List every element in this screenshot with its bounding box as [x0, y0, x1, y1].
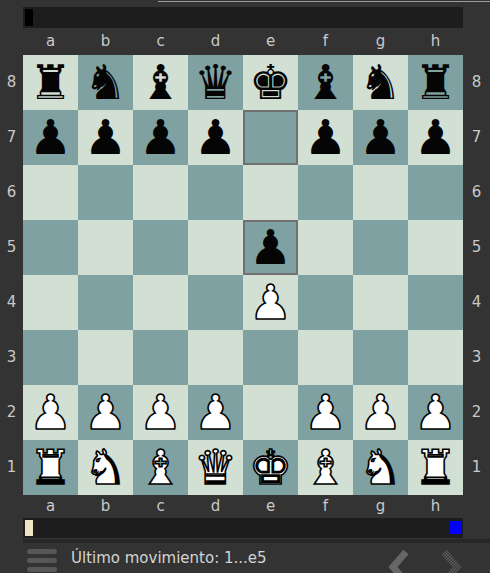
square-e1[interactable]: ♚: [243, 440, 298, 495]
black-king-e8: ♚: [249, 55, 292, 110]
square-e8[interactable]: ♚: [243, 55, 298, 110]
square-d1[interactable]: ♛: [188, 440, 243, 495]
square-f1[interactable]: ♝: [298, 440, 353, 495]
square-a2[interactable]: ♟: [23, 385, 78, 440]
rank-labels-left: 87654321: [0, 55, 23, 495]
square-c8[interactable]: ♝: [133, 55, 188, 110]
white-pawn-a2: ♟: [29, 385, 72, 440]
last-move-status-text: Último movimiento: 1...e5: [71, 547, 267, 569]
square-h3[interactable]: [408, 330, 463, 385]
rank-label-left-2: 2: [0, 385, 23, 440]
black-bishop-c8: ♝: [139, 55, 182, 110]
file-labels-top: abcdefgh: [23, 28, 463, 55]
square-b6[interactable]: [78, 165, 133, 220]
black-rook-h8: ♜: [414, 55, 457, 110]
rank-label-left-8: 8: [0, 55, 23, 110]
square-f4[interactable]: [298, 275, 353, 330]
square-a3[interactable]: [23, 330, 78, 385]
square-e6[interactable]: [243, 165, 298, 220]
rank-label-left-3: 3: [0, 330, 23, 385]
black-knight-g8: ♞: [359, 55, 402, 110]
square-b7[interactable]: ♟: [78, 110, 133, 165]
file-label-top-a: a: [23, 28, 78, 55]
rank-label-left-1: 1: [0, 440, 23, 495]
previous-move-button[interactable]: [385, 550, 413, 573]
white-rook-h1: ♜: [414, 440, 457, 495]
square-b4[interactable]: [78, 275, 133, 330]
black-queen-d8: ♛: [194, 55, 237, 110]
file-label-top-b: b: [78, 28, 133, 55]
square-f5[interactable]: [298, 220, 353, 275]
file-label-bottom-a: a: [23, 495, 78, 518]
square-a6[interactable]: [23, 165, 78, 220]
square-f8[interactable]: ♝: [298, 55, 353, 110]
white-knight-b1: ♞: [84, 440, 127, 495]
black-pawn-f7: ♟: [304, 110, 347, 165]
black-player-marker: [25, 9, 33, 26]
square-h6[interactable]: [408, 165, 463, 220]
square-e4[interactable]: ♟: [243, 275, 298, 330]
file-label-bottom-e: e: [243, 495, 298, 518]
file-label-top-c: c: [133, 28, 188, 55]
black-knight-b8: ♞: [84, 55, 127, 110]
black-pawn-h7: ♟: [414, 110, 457, 165]
rank-label-right-8: 8: [463, 55, 490, 110]
black-pawn-e5: ♟: [249, 220, 292, 275]
square-h2[interactable]: ♟: [408, 385, 463, 440]
white-bishop-f1: ♝: [304, 440, 347, 495]
rank-label-right-3: 3: [463, 330, 490, 385]
file-label-bottom-h: h: [408, 495, 463, 518]
square-g8[interactable]: ♞: [353, 55, 408, 110]
square-a1[interactable]: ♜: [23, 440, 78, 495]
rank-label-left-7: 7: [0, 110, 23, 165]
square-h8[interactable]: ♜: [408, 55, 463, 110]
black-pawn-g7: ♟: [359, 110, 402, 165]
white-pawn-e4: ♟: [249, 275, 292, 330]
black-rook-a8: ♜: [29, 55, 72, 110]
white-bishop-c1: ♝: [139, 440, 182, 495]
file-label-top-h: h: [408, 28, 463, 55]
square-d4[interactable]: [188, 275, 243, 330]
square-a4[interactable]: [23, 275, 78, 330]
file-label-top-e: e: [243, 28, 298, 55]
file-label-bottom-d: d: [188, 495, 243, 518]
square-e2[interactable]: [243, 385, 298, 440]
next-move-button[interactable]: [437, 550, 465, 573]
rank-label-right-1: 1: [463, 440, 490, 495]
square-c7[interactable]: ♟: [133, 110, 188, 165]
white-pawn-c2: ♟: [139, 385, 182, 440]
square-f2[interactable]: ♟: [298, 385, 353, 440]
square-c4[interactable]: [133, 275, 188, 330]
rank-label-right-4: 4: [463, 275, 490, 330]
square-f3[interactable]: [298, 330, 353, 385]
square-g6[interactable]: [353, 165, 408, 220]
white-knight-g1: ♞: [359, 440, 402, 495]
file-label-top-d: d: [188, 28, 243, 55]
window-edge-line: [158, 1, 490, 2]
chevron-left-icon: [385, 550, 413, 573]
square-h1[interactable]: ♜: [408, 440, 463, 495]
square-d7[interactable]: ♟: [188, 110, 243, 165]
rank-label-right-2: 2: [463, 385, 490, 440]
black-player-bar: [23, 7, 463, 28]
square-e3[interactable]: [243, 330, 298, 385]
square-c6[interactable]: [133, 165, 188, 220]
rank-label-left-4: 4: [0, 275, 23, 330]
black-pawn-b7: ♟: [84, 110, 127, 165]
square-a7[interactable]: ♟: [23, 110, 78, 165]
file-label-bottom-b: b: [78, 495, 133, 518]
chessboard: ♜♞♝♛♚♝♞♜♟♟♟♟♟♟♟♟♟♟♟♟♟♟♟♟♜♞♝♛♚♝♞♜: [23, 55, 463, 495]
square-c3[interactable]: [133, 330, 188, 385]
white-pawn-f2: ♟: [304, 385, 347, 440]
white-rook-a1: ♜: [29, 440, 72, 495]
square-f6[interactable]: [298, 165, 353, 220]
square-d5[interactable]: [188, 220, 243, 275]
white-player-marker: [25, 520, 33, 536]
file-label-bottom-c: c: [133, 495, 188, 518]
square-h7[interactable]: ♟: [408, 110, 463, 165]
square-g2[interactable]: ♟: [353, 385, 408, 440]
white-pawn-h2: ♟: [414, 385, 457, 440]
rank-labels-right: 87654321: [463, 55, 490, 495]
square-c5[interactable]: [133, 220, 188, 275]
rank-label-left-6: 6: [0, 165, 23, 220]
menu-icon[interactable]: [27, 549, 57, 573]
square-g4[interactable]: [353, 275, 408, 330]
file-label-bottom-g: g: [353, 495, 408, 518]
rank-label-left-5: 5: [0, 220, 23, 275]
square-c2[interactable]: ♟: [133, 385, 188, 440]
rank-label-right-6: 6: [463, 165, 490, 220]
square-g5[interactable]: [353, 220, 408, 275]
square-g7[interactable]: ♟: [353, 110, 408, 165]
file-labels-bottom: abcdefgh: [23, 495, 463, 518]
black-bishop-f8: ♝: [304, 55, 347, 110]
black-pawn-d7: ♟: [194, 110, 237, 165]
white-queen-d1: ♛: [194, 440, 237, 495]
square-d2[interactable]: ♟: [188, 385, 243, 440]
chevron-right-icon: [437, 550, 465, 573]
square-e5[interactable]: ♟: [243, 220, 298, 275]
square-a8[interactable]: ♜: [23, 55, 78, 110]
square-d6[interactable]: [188, 165, 243, 220]
rank-label-right-5: 5: [463, 220, 490, 275]
square-a5[interactable]: [23, 220, 78, 275]
active-turn-indicator: [449, 521, 461, 534]
square-b5[interactable]: [78, 220, 133, 275]
rank-label-right-7: 7: [463, 110, 490, 165]
square-d8[interactable]: ♛: [188, 55, 243, 110]
square-d3[interactable]: [188, 330, 243, 385]
square-h5[interactable]: [408, 220, 463, 275]
square-g3[interactable]: [353, 330, 408, 385]
file-label-bottom-f: f: [298, 495, 353, 518]
square-g1[interactable]: ♞: [353, 440, 408, 495]
square-h4[interactable]: [408, 275, 463, 330]
white-player-bar: [23, 518, 463, 538]
white-pawn-b2: ♟: [84, 385, 127, 440]
black-pawn-c7: ♟: [139, 110, 182, 165]
square-b2[interactable]: ♟: [78, 385, 133, 440]
white-king-e1: ♚: [249, 440, 292, 495]
status-bar: Último movimiento: 1...e5: [0, 543, 490, 573]
file-label-top-g: g: [353, 28, 408, 55]
square-e7[interactable]: [243, 110, 298, 165]
square-b1[interactable]: ♞: [78, 440, 133, 495]
square-b8[interactable]: ♞: [78, 55, 133, 110]
chess-app-window: { "game": "chess", "position": "rnbqkbnr…: [0, 0, 490, 573]
white-pawn-d2: ♟: [194, 385, 237, 440]
square-f7[interactable]: ♟: [298, 110, 353, 165]
file-label-top-f: f: [298, 28, 353, 55]
white-pawn-g2: ♟: [359, 385, 402, 440]
black-pawn-a7: ♟: [29, 110, 72, 165]
square-b3[interactable]: [78, 330, 133, 385]
square-c1[interactable]: ♝: [133, 440, 188, 495]
